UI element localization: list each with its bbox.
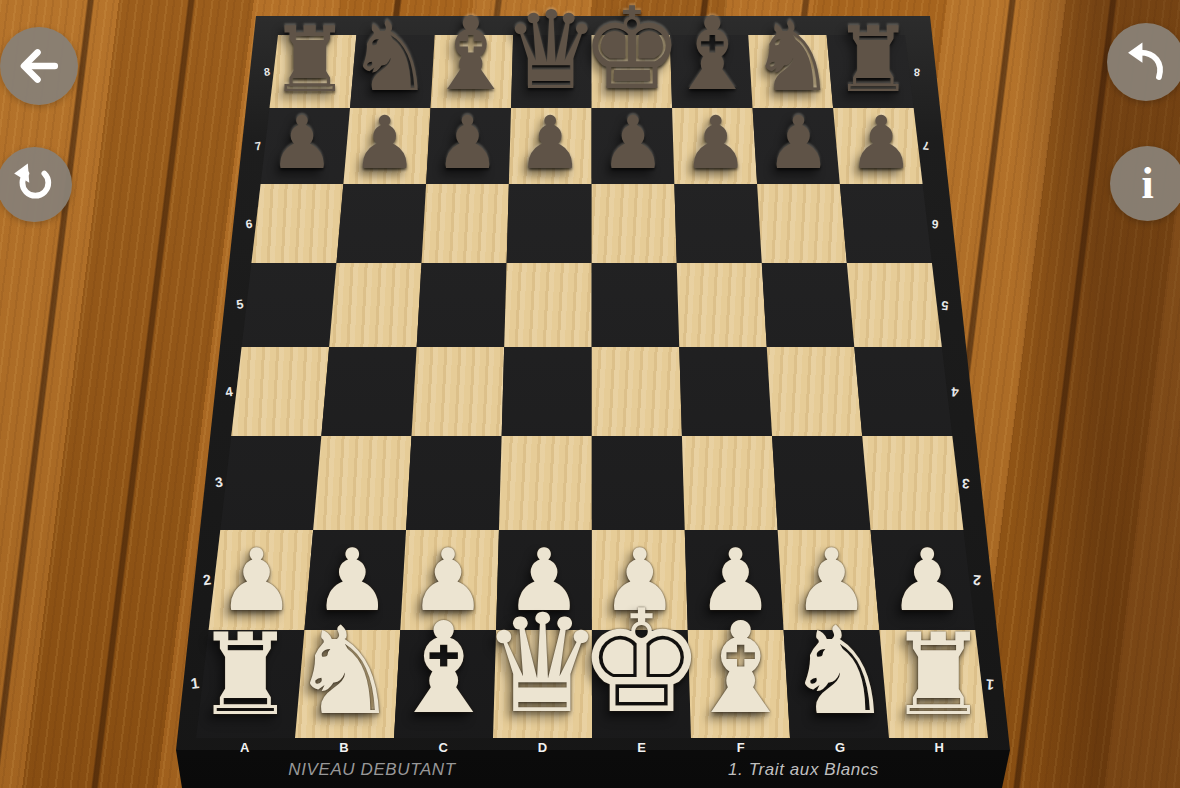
piece-black-pawn[interactable]: ♟ — [435, 106, 500, 179]
file-label: H — [935, 741, 944, 754]
rank-label-right: 5 — [941, 298, 949, 311]
rotate-board-button[interactable] — [0, 147, 72, 222]
rank-label-left: 3 — [214, 476, 224, 491]
turn-indicator: 1. Trait aux Blancs — [696, 760, 911, 780]
piece-black-pawn[interactable]: ♟ — [352, 106, 417, 179]
piece-black-rook[interactable]: ♜ — [269, 14, 350, 104]
arrow-left-icon — [16, 43, 62, 89]
level-label: NIVEAU DEBUTANT — [252, 760, 492, 780]
piece-black-bishop[interactable]: ♝ — [667, 4, 758, 105]
info-button[interactable]: i — [1110, 146, 1180, 221]
piece-black-pawn[interactable]: ♟ — [269, 106, 334, 179]
rank-label-right: 6 — [931, 217, 939, 230]
rank-label-right: 7 — [922, 140, 929, 152]
rank-label-left: 5 — [235, 298, 244, 312]
piece-white-knight[interactable]: ♞ — [290, 611, 398, 732]
piece-black-knight[interactable]: ♞ — [750, 9, 836, 105]
rank-label-right: 4 — [951, 385, 959, 399]
info-icon: i — [1141, 162, 1153, 206]
piece-black-rook[interactable]: ♜ — [833, 14, 914, 104]
file-label: C — [438, 741, 447, 754]
piece-white-rook[interactable]: ♜ — [195, 619, 296, 732]
piece-black-pawn[interactable]: ♟ — [600, 106, 665, 179]
file-label: G — [835, 741, 845, 754]
undo-move-button[interactable] — [1107, 23, 1180, 101]
undo-arrow-icon — [1123, 39, 1169, 85]
piece-white-knight[interactable]: ♞ — [785, 611, 893, 732]
back-button[interactable] — [0, 27, 78, 105]
piece-black-pawn[interactable]: ♟ — [517, 106, 582, 179]
rotate-icon — [12, 162, 58, 208]
rank-label-right: 8 — [914, 66, 921, 77]
rank-label-right: 2 — [973, 573, 982, 588]
rank-label-right: 3 — [962, 476, 971, 490]
piece-black-pawn[interactable]: ♟ — [848, 106, 913, 179]
file-label: A — [240, 741, 249, 754]
file-label: F — [737, 741, 745, 754]
piece-black-knight[interactable]: ♞ — [347, 9, 433, 105]
chess-board-scene: 8877665544332211ABCDEFGH♜♞♝♛♚♝♞♜♟♟♟♟♟♟♟♟… — [0, 0, 1180, 788]
piece-white-rook[interactable]: ♜ — [888, 619, 989, 732]
piece-black-pawn[interactable]: ♟ — [683, 106, 748, 179]
piece-white-bishop[interactable]: ♝ — [684, 606, 797, 732]
file-label: B — [339, 741, 348, 754]
piece-black-pawn[interactable]: ♟ — [766, 106, 831, 179]
rank-label-left: 6 — [245, 217, 253, 230]
